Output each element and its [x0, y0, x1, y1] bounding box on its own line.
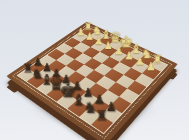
scene: ♜♞♝♛♚♝♞♜♟♟♟♟♟♟♟♟♟♟♟♟♟♟♟♟♜♞♝♛♚♝♞♜	[0, 0, 189, 140]
photo-background: ♜♞♝♛♚♝♞♜♟♟♟♟♟♟♟♟♟♟♟♟♟♟♟♟♜♞♝♛♚♝♞♜	[0, 0, 189, 140]
piece-white-pawn-h2[interactable]: ♟	[142, 49, 160, 72]
piece-black-rook-h8[interactable]: ♜	[91, 96, 113, 124]
